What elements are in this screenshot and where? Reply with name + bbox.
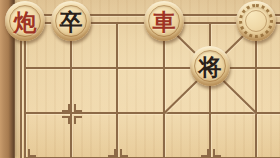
board-cell <box>255 157 280 158</box>
piece-hidden-face-down-piece[interactable] <box>236 1 276 41</box>
board-cell <box>70 157 116 158</box>
piece-character: 炮 <box>5 1 45 41</box>
piece-black-soldier[interactable]: 卒 <box>51 1 91 41</box>
board-grid[interactable] <box>24 22 280 158</box>
board-cell <box>209 157 255 158</box>
point-marker-c7 <box>120 149 128 157</box>
piece-character <box>236 1 276 41</box>
board-cell <box>255 67 280 112</box>
point-marker-b8 <box>74 116 82 124</box>
board-cell <box>163 157 209 158</box>
point-marker-e7 <box>201 149 209 157</box>
board-cell <box>116 157 163 158</box>
piece-black-general[interactable]: 将 <box>190 46 230 86</box>
point-marker-a7 <box>28 149 36 157</box>
point-marker-b8 <box>74 104 82 112</box>
point-marker-e7 <box>213 149 221 157</box>
piece-character: 将 <box>190 46 230 86</box>
point-marker-c7 <box>108 149 116 157</box>
point-marker-b8 <box>62 104 70 112</box>
board-cell <box>24 157 70 158</box>
piece-character: 卒 <box>51 1 91 41</box>
point-marker-b8 <box>62 116 70 124</box>
xiangqi-board: 炮卒車将 <box>0 0 280 158</box>
piece-red-cannon[interactable]: 炮 <box>5 1 45 41</box>
board-cell <box>116 67 163 112</box>
piece-character: 車 <box>144 1 184 41</box>
piece-red-chariot[interactable]: 車 <box>144 1 184 41</box>
board-cell <box>255 112 280 157</box>
